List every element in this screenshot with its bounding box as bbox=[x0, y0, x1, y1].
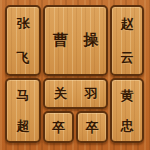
piece-char: 忠 bbox=[121, 119, 134, 132]
huarongdao-board: 张 飞 曹 操 赵 云 马 超 关 羽 卒 卒 黄 忠 bbox=[0, 0, 150, 150]
piece-soldier-2[interactable]: 卒 bbox=[76, 111, 108, 143]
piece-char: 飞 bbox=[17, 51, 30, 64]
piece-char: 黄 bbox=[121, 89, 134, 102]
piece-guan-yu[interactable]: 关 羽 bbox=[43, 78, 108, 109]
piece-zhao-yun[interactable]: 赵 云 bbox=[110, 5, 144, 76]
piece-char: 曹 bbox=[53, 33, 68, 48]
piece-huang-zhong[interactable]: 黄 忠 bbox=[110, 78, 144, 143]
piece-ma-chao[interactable]: 马 超 bbox=[5, 78, 41, 143]
piece-char: 张 bbox=[17, 17, 30, 30]
piece-char: 超 bbox=[17, 119, 30, 132]
piece-soldier-1[interactable]: 卒 bbox=[43, 111, 74, 143]
piece-char: 羽 bbox=[84, 87, 97, 100]
piece-zhang-fei[interactable]: 张 飞 bbox=[5, 5, 41, 76]
piece-char: 关 bbox=[54, 87, 67, 100]
piece-char: 操 bbox=[83, 33, 98, 48]
piece-cao-cao[interactable]: 曹 操 bbox=[43, 5, 108, 76]
piece-char: 卒 bbox=[52, 121, 65, 134]
piece-char: 云 bbox=[121, 51, 134, 64]
piece-char: 卒 bbox=[86, 121, 99, 134]
piece-char: 赵 bbox=[121, 17, 134, 30]
piece-char: 马 bbox=[17, 89, 30, 102]
